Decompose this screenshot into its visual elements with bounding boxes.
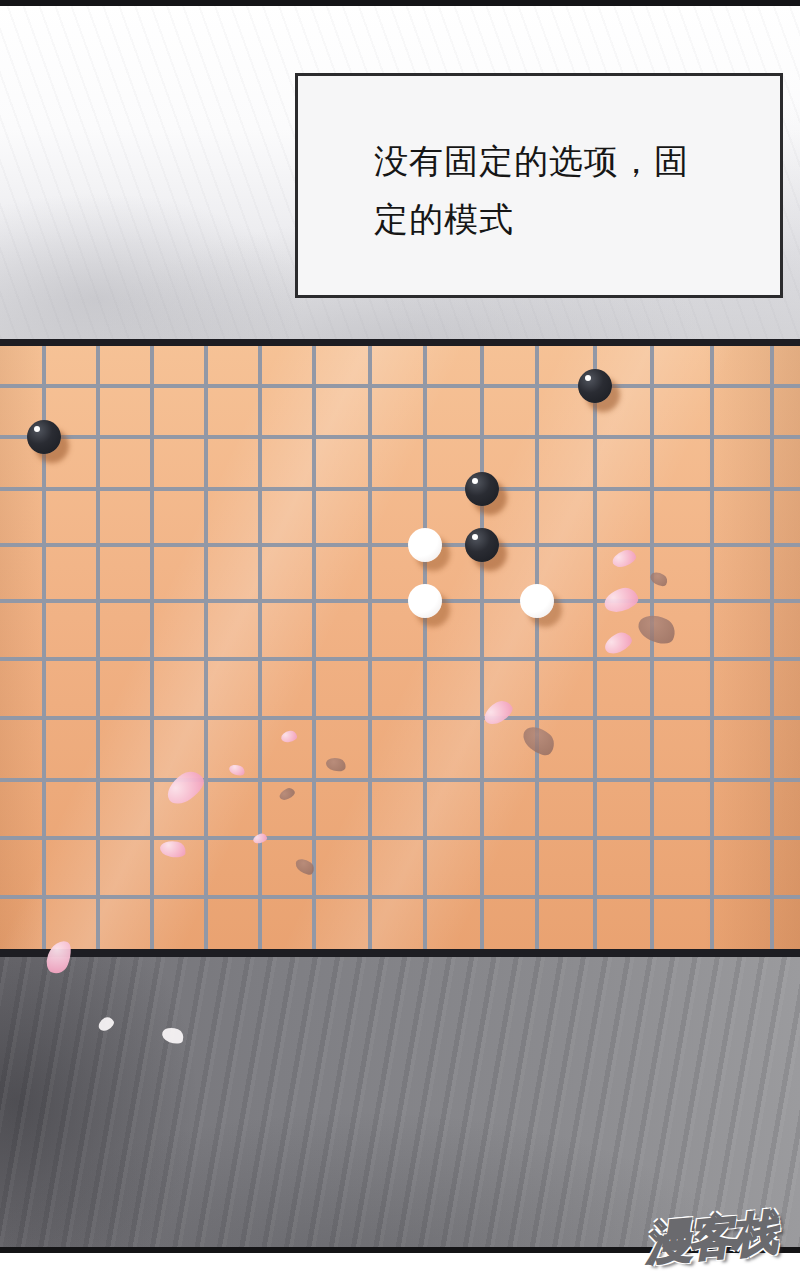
white-stone <box>408 584 442 618</box>
speech-bubble-top: 没有固定的选项，固 定的模式 <box>295 73 783 298</box>
grid-line-horizontal <box>0 778 800 782</box>
panel-top-border <box>0 0 800 6</box>
grid-line-horizontal <box>0 836 800 840</box>
black-stone <box>27 420 61 454</box>
grid-line-horizontal <box>0 435 800 439</box>
black-stone <box>465 472 499 506</box>
board-top-edge <box>0 339 800 346</box>
grid-line-horizontal <box>0 657 800 661</box>
grid-line-horizontal <box>0 543 800 547</box>
black-stone <box>578 369 612 403</box>
grid-line-horizontal <box>0 599 800 603</box>
white-stone <box>520 584 554 618</box>
bottom-slate-background: 只能凭借游戏中的线 索，来一步步攻克 <box>0 957 800 1247</box>
grid-line-horizontal <box>0 716 800 720</box>
grid-line-horizontal <box>0 895 800 899</box>
black-stone <box>465 528 499 562</box>
manga-page: 没有固定的选项，固 定的模式 只能凭借游戏中的线 索，来一步步攻克 漫客栈 <box>0 0 800 1276</box>
go-board <box>0 339 800 957</box>
speech-text-line: 没有固定的选项，固 <box>374 132 752 190</box>
white-stone <box>408 528 442 562</box>
speech-text-line: 定的模式 <box>374 190 752 248</box>
grid-line-horizontal <box>0 487 800 491</box>
top-marble-background: 没有固定的选项，固 定的模式 <box>0 0 800 339</box>
board-bottom-edge <box>0 949 800 957</box>
watermark-mankezhan: 漫客栈 <box>643 1199 800 1275</box>
grid-line-horizontal <box>0 384 800 388</box>
